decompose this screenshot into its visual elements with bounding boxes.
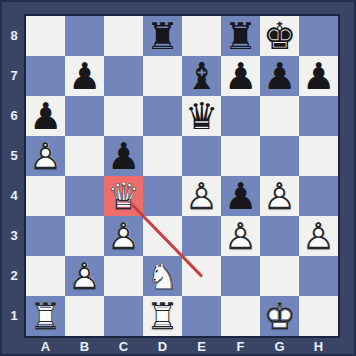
square-b7[interactable] [65,56,104,96]
file-label-a: A [26,338,65,355]
file-label-g: G [260,338,299,355]
square-f7[interactable] [221,56,260,96]
square-h1[interactable] [299,296,338,336]
square-c8[interactable] [104,16,143,56]
square-g2[interactable] [260,256,299,296]
square-f3[interactable] [221,216,260,256]
square-f8[interactable] [221,16,260,56]
rank-label-4: 4 [2,176,26,216]
square-e6[interactable] [182,96,221,136]
square-g1[interactable] [260,296,299,336]
square-h7[interactable] [299,56,338,96]
square-h4[interactable] [299,176,338,216]
square-a4[interactable] [26,176,65,216]
square-g7[interactable] [260,56,299,96]
square-e3[interactable] [182,216,221,256]
square-h6[interactable] [299,96,338,136]
square-c3[interactable] [104,216,143,256]
square-a5[interactable] [26,136,65,176]
square-a7[interactable] [26,56,65,96]
square-e7[interactable] [182,56,221,96]
square-c7[interactable] [104,56,143,96]
square-g6[interactable] [260,96,299,136]
square-h8[interactable] [299,16,338,56]
square-h3[interactable] [299,216,338,256]
square-b1[interactable] [65,296,104,336]
square-e8[interactable] [182,16,221,56]
square-c2[interactable] [104,256,143,296]
square-f5[interactable] [221,136,260,176]
rank-label-7: 7 [2,56,26,96]
square-e2[interactable] [182,256,221,296]
square-b5[interactable] [65,136,104,176]
square-d8[interactable] [143,16,182,56]
file-label-e: E [182,338,221,355]
square-e4[interactable] [182,176,221,216]
file-label-f: F [221,338,260,355]
square-b2[interactable] [65,256,104,296]
file-label-h: H [299,338,338,355]
chess-board [26,16,338,336]
square-c5[interactable] [104,136,143,176]
square-a8[interactable] [26,16,65,56]
square-c4[interactable] [104,176,143,216]
square-f4[interactable] [221,176,260,216]
rank-label-8: 8 [2,16,26,56]
square-d5[interactable] [143,136,182,176]
square-d1[interactable] [143,296,182,336]
square-g8[interactable] [260,16,299,56]
square-b4[interactable] [65,176,104,216]
square-b8[interactable] [65,16,104,56]
square-g3[interactable] [260,216,299,256]
rank-label-6: 6 [2,96,26,136]
square-d3[interactable] [143,216,182,256]
rank-label-1: 1 [2,296,26,336]
square-b6[interactable] [65,96,104,136]
file-label-b: B [65,338,104,355]
rank-label-3: 3 [2,216,26,256]
square-d7[interactable] [143,56,182,96]
file-label-c: C [104,338,143,355]
square-h5[interactable] [299,136,338,176]
square-d4[interactable] [143,176,182,216]
file-labels: ABCDEFGH [26,338,338,355]
square-e5[interactable] [182,136,221,176]
rank-labels: 87654321 [2,16,26,336]
square-b3[interactable] [65,216,104,256]
square-d2[interactable] [143,256,182,296]
square-c1[interactable] [104,296,143,336]
square-h2[interactable] [299,256,338,296]
square-a2[interactable] [26,256,65,296]
file-label-d: D [143,338,182,355]
square-e1[interactable] [182,296,221,336]
square-d6[interactable] [143,96,182,136]
rank-label-5: 5 [2,136,26,176]
square-g5[interactable] [260,136,299,176]
chess-board-frame: 87654321 ABCDEFGH ♜♜♜♜♚♚♟♟♝♝♟♟♟♟♟♟♟♟♛♛♟♙… [0,0,356,356]
square-f6[interactable] [221,96,260,136]
square-g4[interactable] [260,176,299,216]
square-a6[interactable] [26,96,65,136]
square-a3[interactable] [26,216,65,256]
square-a1[interactable] [26,296,65,336]
square-c6[interactable] [104,96,143,136]
square-f2[interactable] [221,256,260,296]
square-f1[interactable] [221,296,260,336]
rank-label-2: 2 [2,256,26,296]
